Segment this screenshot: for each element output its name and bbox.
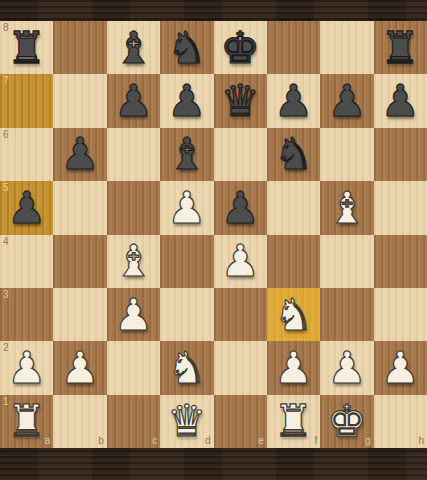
piece-white-pawn[interactable]: ♟ — [160, 181, 213, 234]
square-e7[interactable]: ♛ — [214, 74, 267, 127]
square-a2[interactable]: 2♟ — [0, 341, 53, 394]
piece-black-pawn[interactable]: ♟ — [374, 74, 427, 127]
square-h3[interactable] — [374, 288, 427, 341]
file-label-b: b — [98, 436, 104, 446]
square-e2[interactable] — [214, 341, 267, 394]
piece-white-knight[interactable]: ♞ — [160, 341, 213, 394]
square-d7[interactable]: ♟ — [160, 74, 213, 127]
square-a4[interactable]: 4 — [0, 235, 53, 288]
square-c8[interactable]: ♝ — [107, 21, 160, 74]
square-a1[interactable]: 1a♜ — [0, 395, 53, 448]
square-f2[interactable]: ♟ — [267, 341, 320, 394]
square-b3[interactable] — [53, 288, 106, 341]
square-b6[interactable]: ♟ — [53, 128, 106, 181]
square-b4[interactable] — [53, 235, 106, 288]
piece-white-bishop[interactable]: ♝ — [107, 235, 160, 288]
piece-white-queen[interactable]: ♛ — [160, 395, 213, 448]
piece-white-pawn[interactable]: ♟ — [320, 341, 373, 394]
piece-white-pawn[interactable]: ♟ — [267, 341, 320, 394]
square-a6[interactable]: 6 — [0, 128, 53, 181]
square-c1[interactable]: c — [107, 395, 160, 448]
square-h7[interactable]: ♟ — [374, 74, 427, 127]
square-g2[interactable]: ♟ — [320, 341, 373, 394]
piece-black-pawn[interactable]: ♟ — [0, 181, 53, 234]
piece-black-king[interactable]: ♚ — [214, 21, 267, 74]
piece-white-rook[interactable]: ♜ — [0, 395, 53, 448]
piece-black-rook[interactable]: ♜ — [374, 21, 427, 74]
square-e1[interactable]: e — [214, 395, 267, 448]
square-a8[interactable]: 8♜ — [0, 21, 53, 74]
piece-white-pawn[interactable]: ♟ — [53, 341, 106, 394]
square-f8[interactable] — [267, 21, 320, 74]
square-b1[interactable]: b — [53, 395, 106, 448]
square-d8[interactable]: ♞ — [160, 21, 213, 74]
piece-black-rook[interactable]: ♜ — [0, 21, 53, 74]
piece-black-bishop[interactable]: ♝ — [107, 21, 160, 74]
board-frame: 8♜♝♞♚♜7♟♟♛♟♟♟6♟♝♞5♟♟♟♝4♝♟3♟♞2♟♟♞♟♟♟1a♜bc… — [0, 0, 427, 480]
piece-black-pawn[interactable]: ♟ — [320, 74, 373, 127]
square-h2[interactable]: ♟ — [374, 341, 427, 394]
square-f3[interactable]: ♞ — [267, 288, 320, 341]
square-a3[interactable]: 3 — [0, 288, 53, 341]
square-h8[interactable]: ♜ — [374, 21, 427, 74]
square-h6[interactable] — [374, 128, 427, 181]
square-f7[interactable]: ♟ — [267, 74, 320, 127]
square-g3[interactable] — [320, 288, 373, 341]
square-c4[interactable]: ♝ — [107, 235, 160, 288]
square-b7[interactable] — [53, 74, 106, 127]
rank-label-6: 6 — [3, 130, 9, 140]
square-e3[interactable] — [214, 288, 267, 341]
piece-black-pawn[interactable]: ♟ — [160, 74, 213, 127]
square-f5[interactable] — [267, 181, 320, 234]
square-d6[interactable]: ♝ — [160, 128, 213, 181]
square-c5[interactable] — [107, 181, 160, 234]
piece-black-knight[interactable]: ♞ — [267, 128, 320, 181]
square-b2[interactable]: ♟ — [53, 341, 106, 394]
square-b8[interactable] — [53, 21, 106, 74]
square-g5[interactable]: ♝ — [320, 181, 373, 234]
chess-board: 8♜♝♞♚♜7♟♟♛♟♟♟6♟♝♞5♟♟♟♝4♝♟3♟♞2♟♟♞♟♟♟1a♜bc… — [0, 21, 427, 448]
square-d3[interactable] — [160, 288, 213, 341]
piece-black-queen[interactable]: ♛ — [214, 74, 267, 127]
square-g4[interactable] — [320, 235, 373, 288]
square-h5[interactable] — [374, 181, 427, 234]
piece-black-pawn[interactable]: ♟ — [107, 74, 160, 127]
piece-black-pawn[interactable]: ♟ — [214, 181, 267, 234]
rank-label-4: 4 — [3, 237, 9, 247]
piece-white-pawn[interactable]: ♟ — [107, 288, 160, 341]
square-g8[interactable] — [320, 21, 373, 74]
rank-label-3: 3 — [3, 290, 9, 300]
square-h4[interactable] — [374, 235, 427, 288]
square-c6[interactable] — [107, 128, 160, 181]
piece-black-pawn[interactable]: ♟ — [267, 74, 320, 127]
piece-white-king[interactable]: ♚ — [320, 395, 373, 448]
file-label-c: c — [152, 436, 157, 446]
piece-black-pawn[interactable]: ♟ — [53, 128, 106, 181]
square-e4[interactable]: ♟ — [214, 235, 267, 288]
square-d2[interactable]: ♞ — [160, 341, 213, 394]
rank-label-7: 7 — [3, 76, 9, 86]
square-g1[interactable]: g♚ — [320, 395, 373, 448]
square-f6[interactable]: ♞ — [267, 128, 320, 181]
piece-white-pawn[interactable]: ♟ — [374, 341, 427, 394]
square-g7[interactable]: ♟ — [320, 74, 373, 127]
piece-black-bishop[interactable]: ♝ — [160, 128, 213, 181]
square-e8[interactable]: ♚ — [214, 21, 267, 74]
piece-white-pawn[interactable]: ♟ — [214, 235, 267, 288]
square-g6[interactable] — [320, 128, 373, 181]
piece-white-pawn[interactable]: ♟ — [0, 341, 53, 394]
square-d1[interactable]: d♛ — [160, 395, 213, 448]
piece-black-knight[interactable]: ♞ — [160, 21, 213, 74]
piece-white-bishop[interactable]: ♝ — [320, 181, 373, 234]
square-b5[interactable] — [53, 181, 106, 234]
square-e5[interactable]: ♟ — [214, 181, 267, 234]
square-d5[interactable]: ♟ — [160, 181, 213, 234]
file-label-e: e — [258, 436, 264, 446]
square-a5[interactable]: 5♟ — [0, 181, 53, 234]
square-f1[interactable]: f♜ — [267, 395, 320, 448]
piece-white-knight[interactable]: ♞ — [267, 288, 320, 341]
square-c3[interactable]: ♟ — [107, 288, 160, 341]
square-c7[interactable]: ♟ — [107, 74, 160, 127]
square-f4[interactable] — [267, 235, 320, 288]
square-c2[interactable] — [107, 341, 160, 394]
file-label-h: h — [418, 436, 424, 446]
square-e6[interactable] — [214, 128, 267, 181]
square-d4[interactable] — [160, 235, 213, 288]
square-a7[interactable]: 7 — [0, 74, 53, 127]
square-h1[interactable]: h — [374, 395, 427, 448]
piece-white-rook[interactable]: ♜ — [267, 395, 320, 448]
